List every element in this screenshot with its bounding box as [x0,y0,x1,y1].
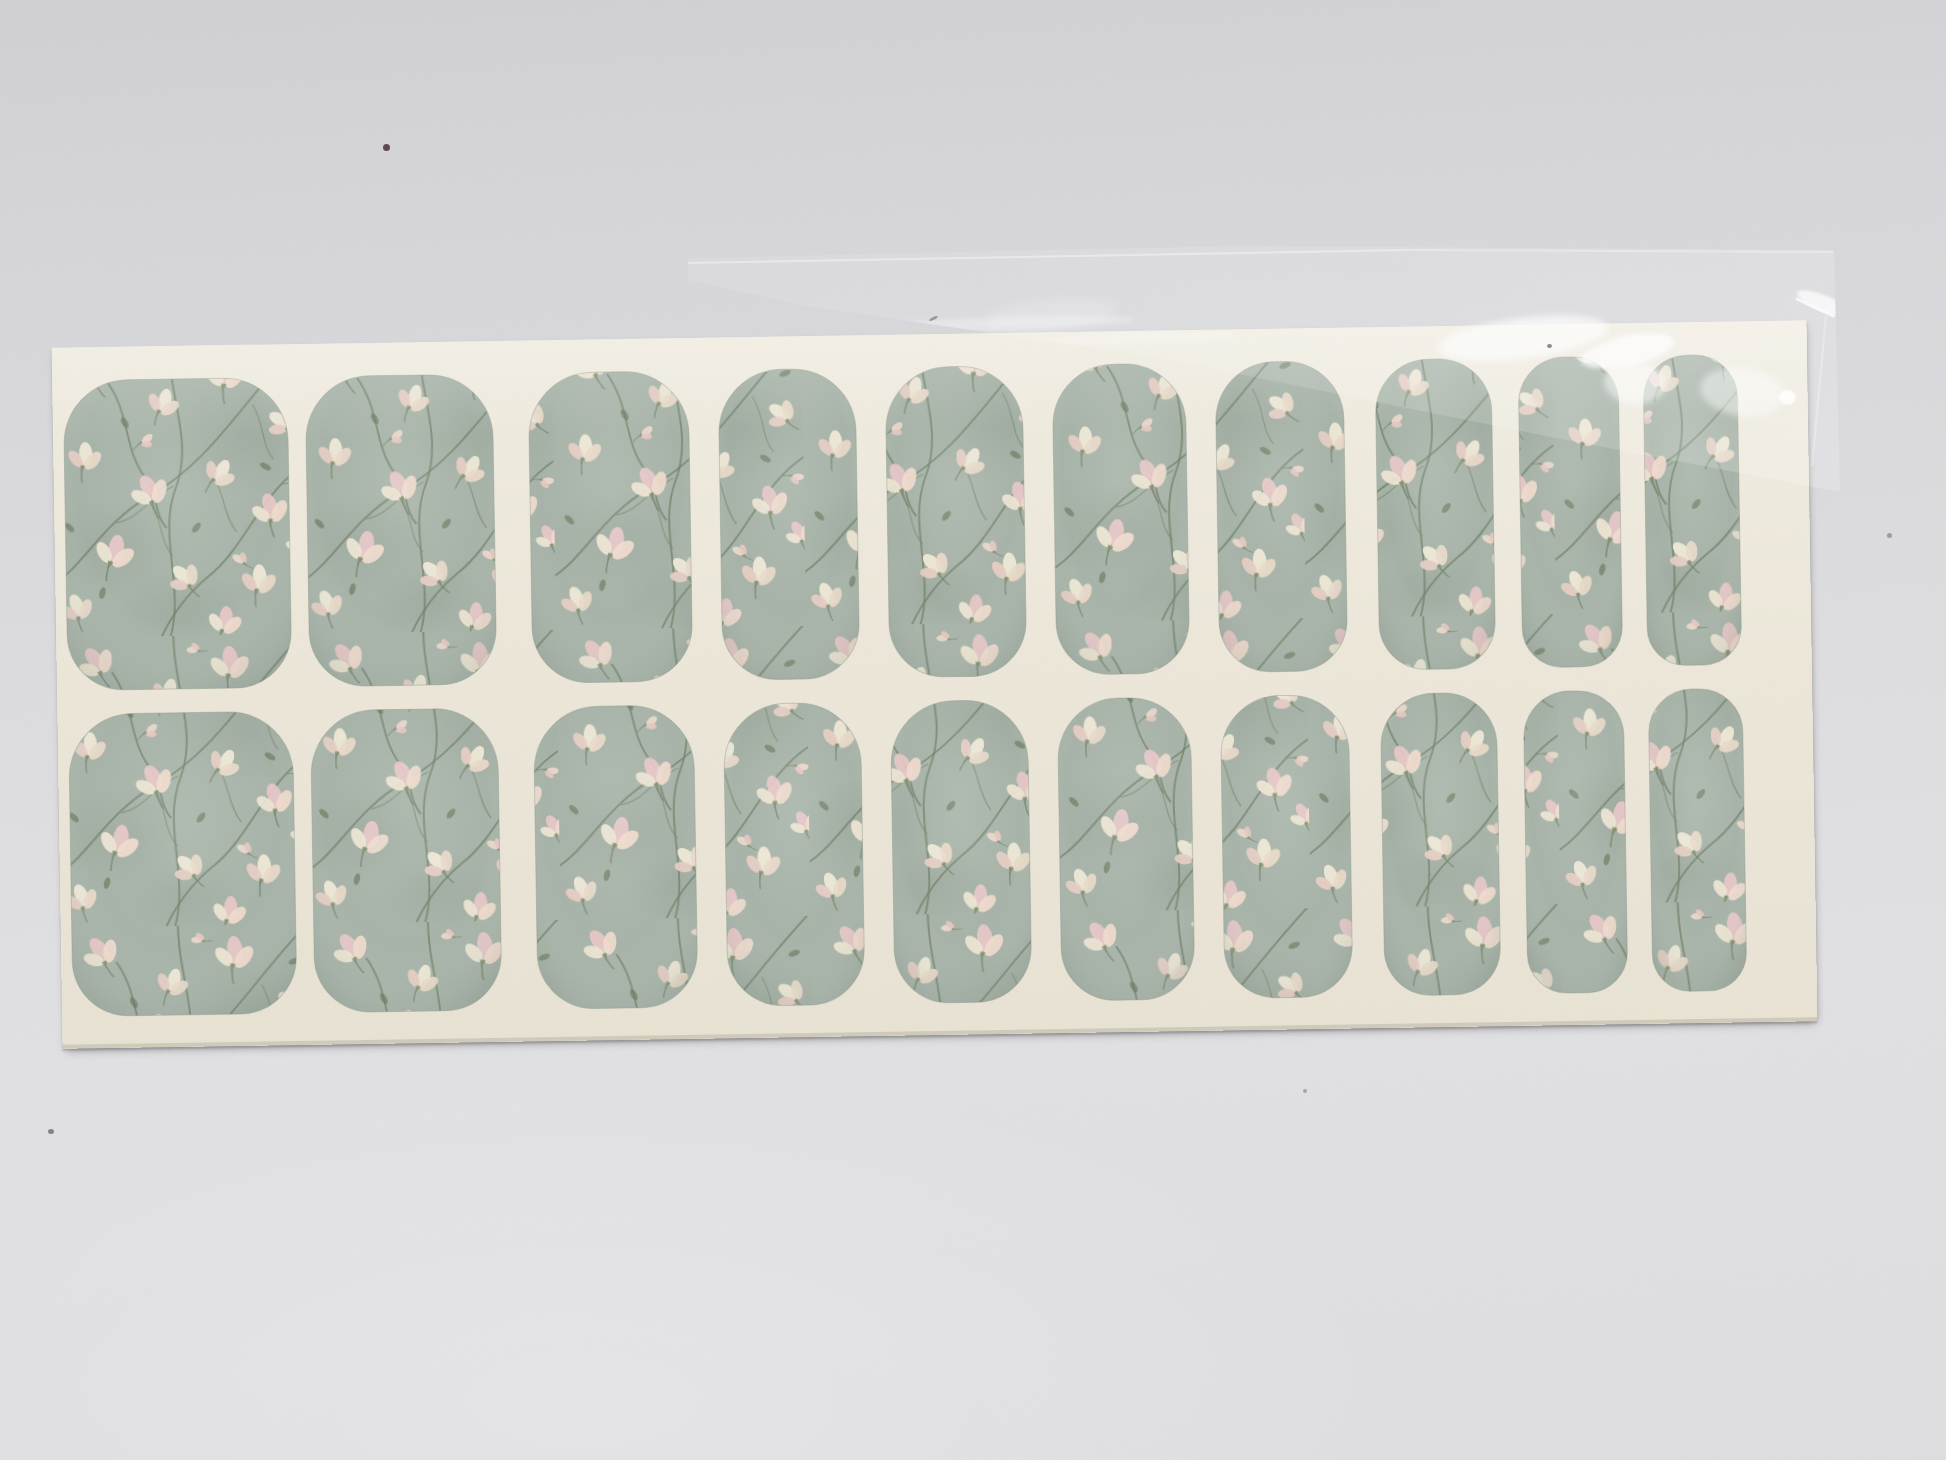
photo-canvas [0,0,1946,1460]
photo-grain-overlay [0,0,1946,1460]
